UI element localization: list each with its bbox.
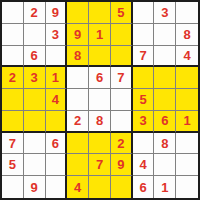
- cell-r4c8[interactable]: [154, 67, 176, 89]
- cell-r6c3[interactable]: [46, 111, 68, 133]
- cell-r4c6[interactable]: 7: [111, 67, 133, 89]
- cell-r9c9[interactable]: [176, 176, 198, 198]
- cell-r6c9[interactable]: 1: [176, 111, 198, 133]
- cell-r7c8[interactable]: 8: [154, 133, 176, 155]
- cell-r5c9[interactable]: [176, 89, 198, 111]
- cell-r6c8[interactable]: 6: [154, 111, 176, 133]
- cell-r2c5[interactable]: 1: [89, 24, 111, 46]
- cell-r5c3[interactable]: 4: [46, 89, 68, 111]
- cell-r5c2[interactable]: [24, 89, 46, 111]
- cell-r6c4[interactable]: 2: [67, 111, 89, 133]
- cell-r9c4[interactable]: 4: [67, 176, 89, 198]
- cell-r2c1[interactable]: [2, 24, 24, 46]
- cell-r3c8[interactable]: [154, 46, 176, 68]
- cell-r3c6[interactable]: [111, 46, 133, 68]
- cell-r5c8[interactable]: [154, 89, 176, 111]
- cell-r8c1[interactable]: 5: [2, 154, 24, 176]
- cell-r3c7[interactable]: 7: [133, 46, 155, 68]
- cell-r3c3[interactable]: [46, 46, 68, 68]
- cell-r3c1[interactable]: [2, 46, 24, 68]
- cell-r7c3[interactable]: 6: [46, 133, 68, 155]
- cell-r4c2[interactable]: 3: [24, 67, 46, 89]
- cell-r9c3[interactable]: [46, 176, 68, 198]
- cell-r5c4[interactable]: [67, 89, 89, 111]
- sudoku-board: 295339186874231674528361762857949461: [0, 0, 200, 200]
- cell-r5c6[interactable]: [111, 89, 133, 111]
- cell-r2c3[interactable]: 3: [46, 24, 68, 46]
- cell-r5c5[interactable]: [89, 89, 111, 111]
- cell-r4c4[interactable]: [67, 67, 89, 89]
- cell-r2c9[interactable]: 8: [176, 24, 198, 46]
- cell-r8c3[interactable]: [46, 154, 68, 176]
- cell-r1c6[interactable]: 5: [111, 2, 133, 24]
- cell-r4c7[interactable]: [133, 67, 155, 89]
- cell-r9c7[interactable]: 6: [133, 176, 155, 198]
- cell-r9c5[interactable]: [89, 176, 111, 198]
- cell-r7c6[interactable]: 2: [111, 133, 133, 155]
- cell-r2c6[interactable]: [111, 24, 133, 46]
- cell-r9c6[interactable]: [111, 176, 133, 198]
- cell-r2c7[interactable]: [133, 24, 155, 46]
- cell-r1c7[interactable]: [133, 2, 155, 24]
- cell-r8c4[interactable]: [67, 154, 89, 176]
- cell-r7c7[interactable]: [133, 133, 155, 155]
- cell-r4c9[interactable]: [176, 67, 198, 89]
- cell-r6c6[interactable]: [111, 111, 133, 133]
- cell-r6c1[interactable]: [2, 111, 24, 133]
- cell-r9c2[interactable]: 9: [24, 176, 46, 198]
- cell-r1c2[interactable]: 2: [24, 2, 46, 24]
- cell-r1c8[interactable]: 3: [154, 2, 176, 24]
- cell-r4c1[interactable]: 2: [2, 67, 24, 89]
- cell-r9c8[interactable]: 1: [154, 176, 176, 198]
- cell-r6c2[interactable]: [24, 111, 46, 133]
- cell-r8c8[interactable]: [154, 154, 176, 176]
- cell-r2c2[interactable]: [24, 24, 46, 46]
- cell-r5c7[interactable]: 5: [133, 89, 155, 111]
- cell-r7c9[interactable]: [176, 133, 198, 155]
- cell-r7c1[interactable]: 7: [2, 133, 24, 155]
- cell-r5c1[interactable]: [2, 89, 24, 111]
- cell-r9c1[interactable]: [2, 176, 24, 198]
- cell-r8c7[interactable]: 4: [133, 154, 155, 176]
- cell-r7c2[interactable]: [24, 133, 46, 155]
- cell-r2c4[interactable]: 9: [67, 24, 89, 46]
- cell-r8c2[interactable]: [24, 154, 46, 176]
- cell-r6c7[interactable]: 3: [133, 111, 155, 133]
- cell-r1c3[interactable]: 9: [46, 2, 68, 24]
- cell-r4c3[interactable]: 1: [46, 67, 68, 89]
- cell-r8c6[interactable]: 9: [111, 154, 133, 176]
- cell-r8c5[interactable]: 7: [89, 154, 111, 176]
- cell-r1c5[interactable]: [89, 2, 111, 24]
- cell-r7c5[interactable]: [89, 133, 111, 155]
- cell-r6c5[interactable]: 8: [89, 111, 111, 133]
- cell-r1c1[interactable]: [2, 2, 24, 24]
- cell-r3c4[interactable]: 8: [67, 46, 89, 68]
- cell-r3c9[interactable]: 4: [176, 46, 198, 68]
- cell-r1c9[interactable]: [176, 2, 198, 24]
- cell-r3c2[interactable]: 6: [24, 46, 46, 68]
- cell-r3c5[interactable]: [89, 46, 111, 68]
- cell-r2c8[interactable]: [154, 24, 176, 46]
- cell-r7c4[interactable]: [67, 133, 89, 155]
- cell-r8c9[interactable]: [176, 154, 198, 176]
- cell-r1c4[interactable]: [67, 2, 89, 24]
- cell-r4c5[interactable]: 6: [89, 67, 111, 89]
